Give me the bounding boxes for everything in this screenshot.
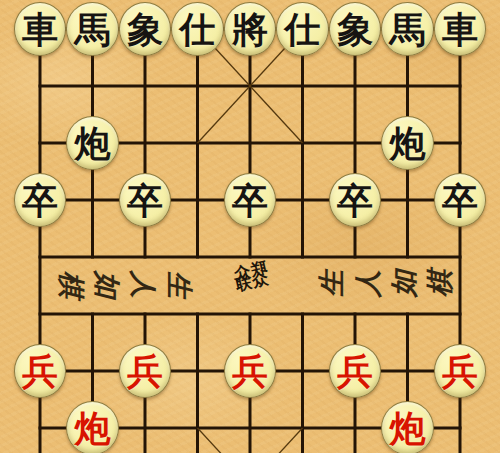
black-soldier[interactable]: 卒 <box>14 173 67 227</box>
black-soldier-cell: 卒 <box>119 172 172 229</box>
xiangqi-board: 棋如人生 联众 联众 棋如人生 車馬象仕將仕象馬車炮炮卒卒卒卒卒兵兵兵兵兵炮炮 <box>0 0 500 453</box>
red-soldier-cell: 兵 <box>434 343 487 400</box>
red-soldier-cell: 兵 <box>224 343 277 400</box>
black-horse[interactable]: 馬 <box>66 2 119 56</box>
black-soldier[interactable]: 卒 <box>224 173 277 227</box>
black-soldier-cell: 卒 <box>14 172 67 229</box>
board-intersections[interactable]: 車馬象仕將仕象馬車炮炮卒卒卒卒卒兵兵兵兵兵炮炮 <box>14 1 487 453</box>
black-cannon[interactable]: 炮 <box>381 116 434 170</box>
black-cannon-cell: 炮 <box>381 115 434 172</box>
black-chariot-cell: 車 <box>434 1 487 58</box>
red-soldier[interactable]: 兵 <box>14 344 67 398</box>
black-advisor[interactable]: 仕 <box>276 2 329 56</box>
black-advisor[interactable]: 仕 <box>171 2 224 56</box>
black-chariot-cell: 車 <box>14 1 67 58</box>
black-elephant[interactable]: 象 <box>119 2 172 56</box>
black-elephant[interactable]: 象 <box>329 2 382 56</box>
black-general[interactable]: 將 <box>224 2 277 56</box>
black-horse-cell: 馬 <box>66 1 119 58</box>
red-soldier-cell: 兵 <box>329 343 382 400</box>
black-soldier[interactable]: 卒 <box>329 173 382 227</box>
black-advisor-cell: 仕 <box>276 1 329 58</box>
red-cannon-cell: 炮 <box>66 400 119 453</box>
black-soldier-cell: 卒 <box>434 172 487 229</box>
black-elephant-cell: 象 <box>119 1 172 58</box>
black-elephant-cell: 象 <box>329 1 382 58</box>
black-horse[interactable]: 馬 <box>381 2 434 56</box>
black-cannon[interactable]: 炮 <box>66 116 119 170</box>
black-general-cell: 將 <box>224 1 277 58</box>
red-soldier[interactable]: 兵 <box>329 344 382 398</box>
red-soldier[interactable]: 兵 <box>434 344 487 398</box>
red-cannon[interactable]: 炮 <box>66 401 119 453</box>
black-soldier[interactable]: 卒 <box>119 173 172 227</box>
black-chariot[interactable]: 車 <box>434 2 487 56</box>
black-soldier-cell: 卒 <box>329 172 382 229</box>
red-soldier-cell: 兵 <box>119 343 172 400</box>
red-soldier[interactable]: 兵 <box>224 344 277 398</box>
black-advisor-cell: 仕 <box>171 1 224 58</box>
red-cannon[interactable]: 炮 <box>381 401 434 453</box>
black-horse-cell: 馬 <box>381 1 434 58</box>
black-chariot[interactable]: 車 <box>14 2 67 56</box>
red-soldier-cell: 兵 <box>14 343 67 400</box>
red-soldier[interactable]: 兵 <box>119 344 172 398</box>
black-soldier-cell: 卒 <box>224 172 277 229</box>
red-cannon-cell: 炮 <box>381 400 434 453</box>
black-cannon-cell: 炮 <box>66 115 119 172</box>
black-soldier[interactable]: 卒 <box>434 173 487 227</box>
